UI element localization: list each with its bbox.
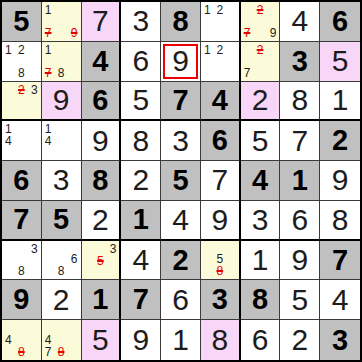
- candidate-slot-8: 8: [56, 346, 67, 358]
- candidate-slot-8: [56, 27, 67, 39]
- cell-r5c2[interactable]: 3: [42, 161, 82, 201]
- cell-r1c3[interactable]: 7: [82, 2, 122, 42]
- candidate-grid: 14: [2, 121, 41, 160]
- given-digit: 1: [292, 166, 308, 195]
- cell-r8c1[interactable]: 9: [2, 280, 42, 320]
- solved-digit: 9: [132, 325, 149, 355]
- candidate-eliminated: 8: [18, 346, 25, 358]
- candidate-slot-8: 8: [56, 265, 67, 277]
- solved-digit: 3: [132, 6, 149, 36]
- candidate: 8: [18, 67, 25, 79]
- candidate-slot-6: [27, 56, 38, 67]
- candidate-grid: 35: [82, 241, 120, 280]
- cell-r2c7[interactable]: 27: [241, 42, 281, 82]
- candidate-slot-5: [255, 56, 266, 67]
- cell-r4c8[interactable]: 7: [280, 121, 320, 161]
- cell-r1c7[interactable]: 279: [241, 2, 281, 42]
- cell-r6c2[interactable]: 5: [42, 201, 82, 241]
- solved-digit: 1: [332, 85, 349, 115]
- given-digit: 6: [92, 86, 108, 115]
- candidate-slot-6: [67, 56, 78, 67]
- candidate-slot-8: [255, 27, 266, 39]
- candidate-grid: 58: [201, 241, 239, 280]
- solved-digit: 4: [172, 205, 189, 235]
- cell-r3c8[interactable]: 8: [280, 82, 320, 122]
- candidate-slot-5: [56, 56, 67, 67]
- cell-r4c1[interactable]: 14: [2, 121, 42, 161]
- cell-r5c6[interactable]: 7: [201, 161, 241, 201]
- candidate-slot-4: 4: [5, 135, 16, 147]
- candidate-slot-1: 1: [204, 4, 215, 16]
- candidate-grid: 178: [42, 42, 81, 81]
- given-digit: 9: [13, 285, 29, 314]
- candidate-slot-8: [255, 67, 266, 79]
- candidate-slot-4: [244, 56, 255, 67]
- given-digit: 5: [172, 166, 188, 195]
- given-digit: 8: [92, 166, 108, 195]
- cell-r8c8[interactable]: 5: [280, 280, 320, 320]
- candidate-grid: 12: [201, 2, 239, 41]
- candidate-slot-9: 9: [67, 27, 78, 39]
- candidate-slot-7: [45, 265, 56, 277]
- cell-r6c7[interactable]: 3: [241, 201, 281, 241]
- candidate: 1: [5, 44, 12, 56]
- candidate-grid: 279: [241, 2, 280, 41]
- candidate: 1: [204, 44, 211, 56]
- solved-digit: 3: [172, 126, 189, 156]
- cell-r1c2[interactable]: 179: [42, 2, 82, 42]
- candidate-slot-6: [225, 16, 236, 27]
- candidate-slot-9: [27, 265, 38, 277]
- given-digit: 4: [212, 86, 228, 115]
- candidate: 2: [18, 44, 25, 56]
- solved-digit: 4: [132, 245, 149, 275]
- candidate-slot-1: [244, 4, 255, 16]
- cell-r7c4[interactable]: 4: [121, 241, 161, 281]
- solved-digit: 6: [252, 325, 269, 355]
- candidate: 7: [45, 346, 52, 358]
- cell-r9c5[interactable]: 1: [161, 320, 201, 360]
- candidate-slot-9: [67, 147, 78, 158]
- solved-digit: 7: [291, 126, 308, 156]
- cell-r8c5[interactable]: 6: [161, 280, 201, 320]
- solved-digit: 8: [211, 325, 228, 355]
- candidate-slot-8: 8: [16, 67, 27, 79]
- solved-digit: 6: [291, 205, 308, 235]
- candidate-slot-3: [67, 44, 78, 56]
- solved-digit: 9: [211, 205, 228, 235]
- candidate: 1: [45, 4, 52, 16]
- candidate-slot-2: [56, 44, 67, 56]
- candidate-slot-5: 5: [95, 255, 106, 267]
- cell-r6c8[interactable]: 6: [280, 201, 320, 241]
- candidate-grid: 68: [42, 241, 81, 280]
- cell-r1c8[interactable]: 4: [280, 2, 320, 42]
- candidate: 4: [5, 334, 12, 346]
- candidate-slot-7: [85, 267, 96, 278]
- candidate-grid: 179: [42, 2, 81, 41]
- given-digit: 2: [332, 126, 348, 155]
- cell-r2c3[interactable]: 4: [82, 42, 122, 82]
- cell-r1c6[interactable]: 12: [201, 2, 241, 42]
- cell-r8c3[interactable]: 1: [82, 280, 122, 320]
- given-digit: 1: [92, 285, 108, 314]
- candidate-slot-3: [225, 4, 236, 16]
- candidate-grid: 12: [201, 42, 239, 81]
- cell-r7c2[interactable]: 68: [42, 241, 82, 281]
- cell-r1c1[interactable]: 5: [2, 2, 42, 42]
- cell-r4c3[interactable]: 9: [82, 121, 122, 161]
- cell-r4c5[interactable]: 3: [161, 121, 201, 161]
- candidate-eliminated: 9: [71, 27, 78, 39]
- cell-r7c1[interactable]: 38: [2, 241, 42, 281]
- cell-r9c2[interactable]: 478: [42, 320, 82, 360]
- solved-digit: 3: [53, 165, 70, 195]
- candidate-slot-9: [27, 346, 38, 358]
- candidate-slot-5: [214, 56, 225, 67]
- cell-r8c7[interactable]: 8: [241, 280, 281, 320]
- given-digit: 7: [172, 86, 188, 115]
- candidate-slot-7: [5, 147, 16, 158]
- cell-r9c4[interactable]: 9: [121, 320, 161, 360]
- candidate-slot-9: [67, 265, 78, 277]
- cell-r4c7[interactable]: 5: [241, 121, 281, 161]
- candidate-grid: 48: [2, 320, 41, 360]
- candidate-slot-8: [16, 147, 27, 158]
- solved-digit: 2: [291, 325, 308, 355]
- candidate-slot-9: [106, 267, 117, 278]
- cell-r4c6[interactable]: 6: [201, 121, 241, 161]
- candidate-slot-2: 2: [16, 84, 27, 96]
- candidate-slot-3: [67, 4, 78, 16]
- candidate-slot-3: [266, 44, 277, 56]
- cell-r6c6[interactable]: 9: [201, 201, 241, 241]
- cell-r6c9[interactable]: 8: [320, 201, 360, 241]
- candidate: 8: [18, 265, 25, 277]
- candidate-slot-9: [225, 265, 236, 277]
- cell-r3c4[interactable]: 5: [121, 82, 161, 122]
- solved-digit: 9: [172, 46, 189, 76]
- cell-r6c5[interactable]: 4: [161, 201, 201, 241]
- candidate-slot-5: [16, 96, 27, 107]
- candidate-slot-8: 8: [16, 265, 27, 277]
- candidate-slot-7: [204, 67, 215, 78]
- candidate-grid: 23: [2, 82, 41, 120]
- candidate-slot-2: 2: [255, 44, 266, 56]
- given-digit: 1: [133, 205, 149, 234]
- candidate-slot-2: [16, 322, 27, 334]
- candidate-slot-4: [45, 56, 56, 67]
- cell-r6c4[interactable]: 1: [121, 201, 161, 241]
- candidate: 1: [45, 44, 52, 56]
- candidate-slot-6: [225, 253, 236, 265]
- cell-r2c2[interactable]: 178: [42, 42, 82, 82]
- cell-r7c9[interactable]: 7: [320, 241, 360, 281]
- candidate-slot-8: [16, 106, 27, 117]
- candidate-eliminated: 7: [244, 27, 251, 39]
- cell-r9c3[interactable]: 5: [82, 320, 122, 360]
- cell-r9c6[interactable]: 8: [201, 320, 241, 360]
- candidate-slot-6: [27, 96, 38, 107]
- cell-r3c2[interactable]: 9: [42, 82, 82, 122]
- cell-r7c7[interactable]: 1: [241, 241, 281, 281]
- cell-r6c1[interactable]: 7: [2, 201, 42, 241]
- candidate-slot-1: [5, 84, 16, 96]
- solved-digit: 9: [291, 245, 308, 275]
- candidate-slot-6: [67, 135, 78, 147]
- candidate-slot-3: [225, 44, 236, 56]
- cell-r8c2[interactable]: 2: [42, 280, 82, 320]
- candidate: 2: [216, 44, 223, 56]
- candidate-slot-7: [5, 265, 16, 277]
- cell-r7c6[interactable]: 58: [201, 241, 241, 281]
- candidate-slot-5: [56, 16, 67, 27]
- given-digit: 6: [212, 126, 228, 155]
- candidate-slot-6: [67, 334, 78, 346]
- candidate-slot-9: [27, 67, 38, 79]
- candidate-slot-6: [225, 56, 236, 67]
- candidate-slot-9: [67, 346, 78, 358]
- solved-digit: 7: [92, 6, 109, 36]
- solved-digit: 7: [211, 165, 228, 195]
- cell-r3c6[interactable]: 4: [201, 82, 241, 122]
- candidate-slot-6: [27, 334, 38, 346]
- given-digit: 7: [332, 246, 348, 275]
- cell-r9c1[interactable]: 48: [2, 320, 42, 360]
- candidate-slot-4: [5, 255, 16, 266]
- cell-r4c2[interactable]: 14: [42, 121, 82, 161]
- cell-r6c3[interactable]: 2: [82, 201, 122, 241]
- given-digit: 5: [13, 7, 29, 36]
- cell-r3c1[interactable]: 23: [2, 82, 42, 122]
- candidate-slot-8: [56, 147, 67, 158]
- given-digit: 4: [252, 166, 268, 195]
- candidate-slot-2: [16, 243, 27, 255]
- candidate-slot-7: [5, 346, 16, 358]
- candidate-slot-7: 7: [45, 346, 56, 358]
- candidate-slot-2: 2: [214, 44, 225, 56]
- candidate: 1: [204, 4, 211, 16]
- candidate-slot-2: 2: [214, 4, 225, 16]
- candidate-slot-3: 3: [27, 243, 38, 255]
- candidate-slot-2: 2: [16, 44, 27, 56]
- cell-r4c4[interactable]: 8: [121, 121, 161, 161]
- solved-digit: 2: [132, 165, 149, 195]
- candidate-slot-6: [27, 135, 38, 147]
- candidate: 3: [31, 243, 38, 255]
- cell-r2c9[interactable]: 5: [320, 42, 360, 82]
- solved-digit: 2: [53, 285, 70, 315]
- candidate-slot-2: [56, 322, 67, 334]
- candidate-slot-8: 8: [16, 346, 27, 358]
- candidate-eliminated: 7: [45, 67, 52, 79]
- candidate: 2: [216, 4, 223, 16]
- candidate-slot-3: [27, 44, 38, 56]
- candidate-eliminated: 2: [18, 84, 25, 96]
- candidate-slot-8: 8: [214, 265, 225, 277]
- candidate-grid: 27: [241, 42, 280, 81]
- solved-digit: 2: [252, 85, 269, 115]
- cell-r8c4[interactable]: 7: [121, 280, 161, 320]
- candidate: 4: [5, 135, 12, 147]
- candidate-slot-2: 2: [255, 4, 266, 16]
- cell-r9c8[interactable]: 2: [280, 320, 320, 360]
- candidate-slot-1: [85, 243, 96, 255]
- cell-r7c3[interactable]: 35: [82, 241, 122, 281]
- candidate-slot-1: 1: [5, 44, 16, 56]
- candidate-slot-3: [67, 123, 78, 135]
- cell-r7c5[interactable]: 2: [161, 241, 201, 281]
- candidate-grid: 38: [2, 241, 41, 280]
- candidate-slot-2: [56, 123, 67, 135]
- candidate-grid: 478: [42, 320, 81, 360]
- candidate-slot-3: [27, 322, 38, 334]
- candidate: 4: [45, 135, 52, 147]
- candidate-slot-4: [5, 56, 16, 67]
- candidate: 6: [71, 253, 78, 265]
- candidate-slot-9: [266, 67, 277, 79]
- candidate-slot-1: [204, 243, 215, 254]
- cell-r5c9[interactable]: 9: [320, 161, 360, 201]
- candidate-slot-6: [106, 255, 117, 267]
- candidate-slot-1: 1: [204, 44, 215, 56]
- candidate-slot-3: [67, 322, 78, 334]
- candidate-slot-9: [27, 147, 38, 158]
- solved-digit: 5: [332, 46, 349, 76]
- solved-digit: 3: [252, 205, 269, 235]
- candidate-slot-6: 6: [67, 253, 78, 265]
- candidate-slot-4: [204, 16, 215, 27]
- candidate-slot-3: [225, 243, 236, 254]
- candidate-slot-9: [225, 67, 236, 78]
- solved-digit: 8: [291, 85, 308, 115]
- cell-r3c3[interactable]: 6: [82, 82, 122, 122]
- candidate-slot-5: [16, 56, 27, 67]
- cell-r3c5[interactable]: 7: [161, 82, 201, 122]
- candidate-slot-4: [5, 96, 16, 107]
- cell-r2c6[interactable]: 12: [201, 42, 241, 82]
- solved-digit: 1: [252, 245, 269, 275]
- sudoku-board: 5179738122794612817846912273523965742811…: [0, 0, 362, 362]
- candidate-slot-9: 9: [266, 27, 277, 39]
- candidate-slot-4: 4: [5, 334, 16, 346]
- given-digit: 3: [212, 285, 228, 314]
- candidate-slot-7: [204, 265, 215, 277]
- candidate-slot-8: [214, 67, 225, 78]
- candidate-slot-7: 7: [244, 27, 255, 39]
- given-digit: 6: [332, 7, 348, 36]
- solved-digit: 5: [291, 285, 308, 315]
- cell-r1c9[interactable]: 6: [320, 2, 360, 42]
- cell-r5c8[interactable]: 1: [280, 161, 320, 201]
- cell-r7c8[interactable]: 9: [280, 241, 320, 281]
- candidate-slot-8: 8: [56, 67, 67, 79]
- cell-r5c7[interactable]: 4: [241, 161, 281, 201]
- candidate: 3: [110, 243, 117, 255]
- candidate-slot-4: [204, 253, 215, 265]
- candidate-slot-1: [5, 243, 16, 255]
- candidate-slot-3: [266, 4, 277, 16]
- candidate-slot-5: [56, 135, 67, 147]
- cell-r5c3[interactable]: 8: [82, 161, 122, 201]
- candidate-slot-4: [45, 253, 56, 265]
- candidate-eliminated: 8: [216, 265, 223, 277]
- given-digit: 7: [133, 285, 149, 314]
- candidate-slot-2: [56, 243, 67, 254]
- cell-r9c9[interactable]: 3: [320, 320, 360, 360]
- solved-digit: 2: [92, 205, 109, 235]
- candidate: 7: [244, 67, 251, 79]
- cell-r8c9[interactable]: 4: [320, 280, 360, 320]
- candidate-slot-8: [95, 267, 106, 278]
- cell-r4c9[interactable]: 2: [320, 121, 360, 161]
- solved-digit: 9: [332, 165, 349, 195]
- candidate-slot-7: [204, 27, 215, 38]
- cell-r5c4[interactable]: 2: [121, 161, 161, 201]
- candidate-eliminated: 5: [97, 255, 104, 267]
- candidate-eliminated: 2: [257, 4, 264, 16]
- cell-r3c9[interactable]: 1: [320, 82, 360, 122]
- solved-digit: 5: [252, 126, 269, 156]
- given-digit: 3: [292, 47, 308, 76]
- cell-r5c1[interactable]: 6: [2, 161, 42, 201]
- cell-r2c8[interactable]: 3: [280, 42, 320, 82]
- candidate-slot-6: [27, 255, 38, 266]
- candidate-slot-2: [16, 123, 27, 135]
- given-digit: 7: [13, 205, 29, 234]
- candidate-slot-3: 3: [27, 84, 38, 96]
- given-digit: 6: [13, 166, 29, 195]
- candidate-slot-1: [45, 243, 56, 254]
- candidate-slot-4: [85, 255, 96, 267]
- solved-digit: 9: [92, 126, 109, 156]
- candidate: 3: [31, 84, 38, 96]
- candidate-slot-3: 3: [106, 243, 117, 255]
- solved-digit: 4: [291, 6, 308, 36]
- cell-r1c5[interactable]: 8: [161, 2, 201, 42]
- candidate-slot-5: [16, 135, 27, 147]
- cell-r2c5[interactable]: 9: [161, 42, 201, 82]
- cell-r8c6[interactable]: 3: [201, 280, 241, 320]
- solved-digit: 5: [92, 325, 109, 355]
- cell-r3c7[interactable]: 2: [241, 82, 281, 122]
- solved-digit: 5: [132, 85, 149, 115]
- candidate-slot-8: [214, 27, 225, 38]
- cell-r9c7[interactable]: 6: [241, 320, 281, 360]
- candidate-slot-9: [225, 27, 236, 38]
- solved-digit: 4: [332, 285, 349, 315]
- candidate-slot-5: [255, 16, 266, 27]
- candidate-slot-7: 7: [45, 27, 56, 39]
- given-digit: 8: [172, 7, 188, 36]
- candidate: 8: [58, 67, 65, 79]
- candidate-slot-9: [67, 67, 78, 79]
- candidate-slot-1: 1: [45, 44, 56, 56]
- candidate-slot-7: 7: [45, 67, 56, 79]
- candidate-eliminated: 7: [45, 27, 52, 39]
- cell-r5c5[interactable]: 5: [161, 161, 201, 201]
- cell-r2c1[interactable]: 128: [2, 42, 42, 82]
- cell-r2c4[interactable]: 6: [121, 42, 161, 82]
- candidate: 9: [270, 27, 277, 39]
- candidate-slot-7: [5, 67, 16, 79]
- given-digit: 4: [92, 47, 108, 76]
- solved-digit: 6: [132, 46, 149, 76]
- cell-r1c4[interactable]: 3: [121, 2, 161, 42]
- given-digit: 5: [53, 205, 69, 234]
- candidate-slot-1: 1: [45, 4, 56, 16]
- candidate-slot-2: [56, 4, 67, 16]
